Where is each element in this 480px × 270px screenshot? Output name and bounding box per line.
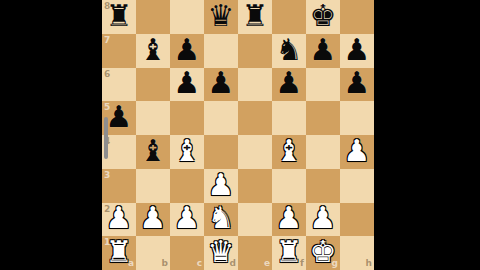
square-f6[interactable]: ♟ <box>272 68 306 102</box>
square-h6[interactable]: ♟ <box>340 68 374 102</box>
square-c2[interactable]: ♟ <box>170 203 204 237</box>
video-frame: 8♜♛♜♚7♝♟♞♟♟6♟♟♟♟5♟4♝♝♝♟3♟2♟♟♟♞♟♟1a♜bcd♛e… <box>0 0 480 270</box>
square-b2[interactable]: ♟ <box>136 203 170 237</box>
file-label-c: c <box>197 259 202 268</box>
square-b4[interactable]: ♝ <box>136 135 170 169</box>
square-a1[interactable]: 1a♜ <box>102 236 136 270</box>
square-b5[interactable] <box>136 101 170 135</box>
square-f8[interactable] <box>272 0 306 34</box>
square-h8[interactable] <box>340 0 374 34</box>
piece-black-king-g8[interactable]: ♚ <box>310 1 337 31</box>
square-c1[interactable]: c <box>170 236 204 270</box>
square-h3[interactable] <box>340 169 374 203</box>
square-d7[interactable] <box>204 34 238 68</box>
square-f2[interactable]: ♟ <box>272 203 306 237</box>
square-g8[interactable]: ♚ <box>306 0 340 34</box>
piece-black-pawn-a5[interactable]: ♟ <box>106 102 133 132</box>
piece-white-king-g1[interactable]: ♚ <box>310 237 337 267</box>
piece-white-pawn-a2[interactable]: ♟ <box>106 203 133 233</box>
square-a7[interactable]: 7 <box>102 34 136 68</box>
piece-white-pawn-h4[interactable]: ♟ <box>344 136 371 166</box>
square-e7[interactable] <box>238 34 272 68</box>
file-label-e: e <box>264 259 270 268</box>
square-g2[interactable]: ♟ <box>306 203 340 237</box>
piece-white-bishop-c4[interactable]: ♝ <box>174 136 201 166</box>
piece-black-pawn-g7[interactable]: ♟ <box>310 35 337 65</box>
square-d5[interactable] <box>204 101 238 135</box>
square-a8[interactable]: 8♜ <box>102 0 136 34</box>
square-c5[interactable] <box>170 101 204 135</box>
file-label-h: h <box>366 259 372 268</box>
square-c6[interactable]: ♟ <box>170 68 204 102</box>
square-g1[interactable]: g♚ <box>306 236 340 270</box>
square-e6[interactable] <box>238 68 272 102</box>
piece-white-pawn-b2[interactable]: ♟ <box>140 203 167 233</box>
rank-label-3: 3 <box>104 171 110 180</box>
right-letterbox <box>374 0 480 270</box>
square-g3[interactable] <box>306 169 340 203</box>
piece-black-rook-a8[interactable]: ♜ <box>106 1 133 31</box>
square-h7[interactable]: ♟ <box>340 34 374 68</box>
square-f1[interactable]: f♜ <box>272 236 306 270</box>
piece-white-pawn-d3[interactable]: ♟ <box>208 170 235 200</box>
piece-white-rook-f1[interactable]: ♜ <box>276 237 303 267</box>
square-d4[interactable] <box>204 135 238 169</box>
square-a3[interactable]: 3 <box>102 169 136 203</box>
piece-black-pawn-h7[interactable]: ♟ <box>344 35 371 65</box>
piece-white-pawn-c2[interactable]: ♟ <box>174 203 201 233</box>
square-e3[interactable] <box>238 169 272 203</box>
piece-black-pawn-h6[interactable]: ♟ <box>344 68 371 98</box>
rank-label-6: 6 <box>104 70 110 79</box>
square-b6[interactable] <box>136 68 170 102</box>
piece-white-pawn-g2[interactable]: ♟ <box>310 203 337 233</box>
square-d6[interactable]: ♟ <box>204 68 238 102</box>
square-d2[interactable]: ♞ <box>204 203 238 237</box>
square-h2[interactable] <box>340 203 374 237</box>
square-e1[interactable]: e <box>238 236 272 270</box>
square-e2[interactable] <box>238 203 272 237</box>
square-h4[interactable]: ♟ <box>340 135 374 169</box>
square-e8[interactable]: ♜ <box>238 0 272 34</box>
square-f7[interactable]: ♞ <box>272 34 306 68</box>
square-g4[interactable] <box>306 135 340 169</box>
piece-black-bishop-b7[interactable]: ♝ <box>140 35 167 65</box>
chess-board: 8♜♛♜♚7♝♟♞♟♟6♟♟♟♟5♟4♝♝♝♟3♟2♟♟♟♞♟♟1a♜bcd♛e… <box>102 0 374 270</box>
left-letterbox <box>0 0 102 270</box>
piece-black-pawn-c7[interactable]: ♟ <box>174 35 201 65</box>
square-h1[interactable]: h <box>340 236 374 270</box>
piece-black-queen-d8[interactable]: ♛ <box>208 1 235 31</box>
piece-black-rook-e8[interactable]: ♜ <box>242 1 269 31</box>
square-f3[interactable] <box>272 169 306 203</box>
square-c3[interactable] <box>170 169 204 203</box>
piece-white-bishop-f4[interactable]: ♝ <box>276 136 303 166</box>
square-b1[interactable]: b <box>136 236 170 270</box>
square-b7[interactable]: ♝ <box>136 34 170 68</box>
square-a2[interactable]: 2♟ <box>102 203 136 237</box>
piece-black-bishop-b4[interactable]: ♝ <box>140 136 167 166</box>
piece-white-rook-a1[interactable]: ♜ <box>106 237 133 267</box>
piece-black-pawn-c6[interactable]: ♟ <box>174 68 201 98</box>
square-f4[interactable]: ♝ <box>272 135 306 169</box>
square-d1[interactable]: d♛ <box>204 236 238 270</box>
square-g6[interactable] <box>306 68 340 102</box>
square-b3[interactable] <box>136 169 170 203</box>
square-c7[interactable]: ♟ <box>170 34 204 68</box>
piece-black-knight-f7[interactable]: ♞ <box>276 35 303 65</box>
piece-white-pawn-f2[interactable]: ♟ <box>276 203 303 233</box>
piece-white-queen-d1[interactable]: ♛ <box>208 237 235 267</box>
square-b8[interactable] <box>136 0 170 34</box>
scrollbar-thumb[interactable] <box>104 117 108 159</box>
square-d8[interactable]: ♛ <box>204 0 238 34</box>
file-label-b: b <box>162 259 168 268</box>
square-e5[interactable] <box>238 101 272 135</box>
square-e4[interactable] <box>238 135 272 169</box>
square-d3[interactable]: ♟ <box>204 169 238 203</box>
piece-black-pawn-d6[interactable]: ♟ <box>208 68 235 98</box>
rank-label-7: 7 <box>104 36 110 45</box>
piece-white-knight-d2[interactable]: ♞ <box>208 203 235 233</box>
square-f5[interactable] <box>272 101 306 135</box>
square-g7[interactable]: ♟ <box>306 34 340 68</box>
piece-black-pawn-f6[interactable]: ♟ <box>276 68 303 98</box>
square-a6[interactable]: 6 <box>102 68 136 102</box>
square-g5[interactable] <box>306 101 340 135</box>
square-h5[interactable] <box>340 101 374 135</box>
square-c8[interactable] <box>170 0 204 34</box>
square-c4[interactable]: ♝ <box>170 135 204 169</box>
